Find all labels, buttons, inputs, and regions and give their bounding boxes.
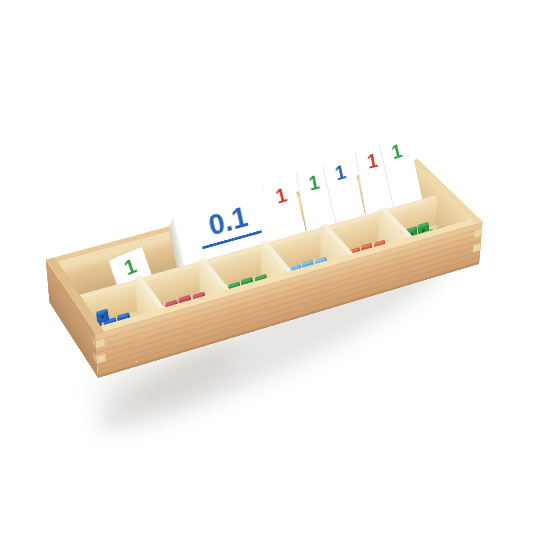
wooden-box: 11111 0.1 1 bbox=[49, 200, 479, 378]
finger-joint-tooth bbox=[474, 228, 482, 238]
scene: 11111 0.1 1 bbox=[0, 0, 533, 533]
finger-joint-tooth bbox=[473, 243, 481, 253]
product-photo-stage: 11111 0.1 1 bbox=[0, 0, 533, 533]
finger-joint-tooth bbox=[95, 338, 105, 348]
finger-joint-tooth bbox=[97, 354, 107, 364]
